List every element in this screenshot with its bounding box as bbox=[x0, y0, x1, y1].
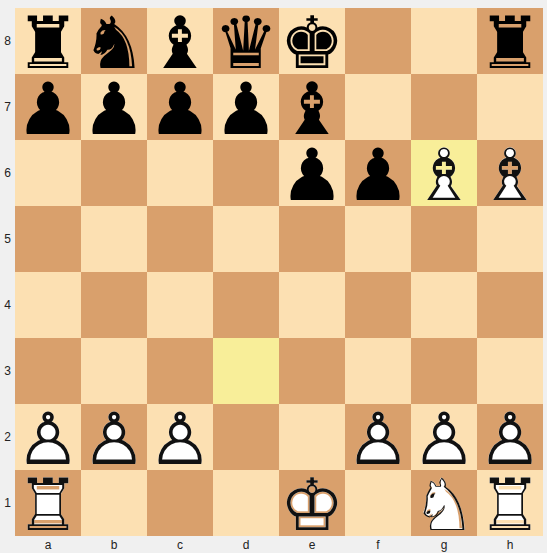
square-f6[interactable]: ♟ bbox=[345, 140, 411, 206]
black-pawn[interactable]: ♟ bbox=[16, 73, 81, 145]
square-e4[interactable] bbox=[279, 272, 345, 338]
square-f4[interactable] bbox=[345, 272, 411, 338]
square-a6[interactable] bbox=[15, 140, 81, 206]
square-d8[interactable]: ♛ bbox=[213, 8, 279, 74]
black-pawn-glyph: ♟ bbox=[82, 73, 147, 145]
square-d1[interactable] bbox=[213, 470, 279, 536]
white-king-outline-glyph: ♔ bbox=[280, 469, 345, 541]
square-h1[interactable]: ♜♖ bbox=[477, 470, 543, 536]
black-pawn[interactable]: ♟ bbox=[346, 139, 411, 211]
white-bishop[interactable]: ♝♗ bbox=[412, 139, 477, 211]
rank-label-6: 6 bbox=[0, 140, 15, 206]
black-rook-glyph: ♜ bbox=[478, 7, 543, 79]
white-pawn[interactable]: ♟♙ bbox=[346, 403, 411, 475]
rank-label-5: 5 bbox=[0, 206, 15, 272]
square-f8[interactable] bbox=[345, 8, 411, 74]
rank-label-7: 7 bbox=[0, 74, 15, 140]
rank-label-4: 4 bbox=[0, 272, 15, 338]
rank-labels: 87654321 bbox=[0, 8, 15, 536]
white-pawn-outline-glyph: ♙ bbox=[148, 403, 213, 475]
square-c1[interactable] bbox=[147, 470, 213, 536]
square-a4[interactable] bbox=[15, 272, 81, 338]
black-pawn-glyph: ♟ bbox=[16, 73, 81, 145]
square-h5[interactable] bbox=[477, 206, 543, 272]
rank-label-1: 1 bbox=[0, 470, 15, 536]
file-label-a: a bbox=[15, 536, 81, 553]
square-a1[interactable]: ♜♖ bbox=[15, 470, 81, 536]
square-b6[interactable] bbox=[81, 140, 147, 206]
square-h8[interactable]: ♜ bbox=[477, 8, 543, 74]
square-d3[interactable] bbox=[213, 338, 279, 404]
square-g8[interactable] bbox=[411, 8, 477, 74]
square-e5[interactable] bbox=[279, 206, 345, 272]
square-c6[interactable] bbox=[147, 140, 213, 206]
square-d5[interactable] bbox=[213, 206, 279, 272]
square-f5[interactable] bbox=[345, 206, 411, 272]
square-a7[interactable]: ♟ bbox=[15, 74, 81, 140]
file-labels: abcdefgh bbox=[15, 536, 543, 553]
square-e7[interactable]: ♝ bbox=[279, 74, 345, 140]
square-c5[interactable] bbox=[147, 206, 213, 272]
rank-label-8: 8 bbox=[0, 8, 15, 74]
square-a3[interactable] bbox=[15, 338, 81, 404]
square-b1[interactable] bbox=[81, 470, 147, 536]
file-label-h: h bbox=[477, 536, 543, 553]
file-label-d: d bbox=[213, 536, 279, 553]
white-rook[interactable]: ♜♖ bbox=[16, 469, 81, 541]
white-rook-outline-glyph: ♖ bbox=[16, 469, 81, 541]
square-a8[interactable]: ♜ bbox=[15, 8, 81, 74]
square-g4[interactable] bbox=[411, 272, 477, 338]
square-b2[interactable]: ♟♙ bbox=[81, 404, 147, 470]
black-pawn[interactable]: ♟ bbox=[214, 73, 279, 145]
white-bishop-outline-glyph: ♗ bbox=[478, 139, 543, 211]
square-c4[interactable] bbox=[147, 272, 213, 338]
square-d7[interactable]: ♟ bbox=[213, 74, 279, 140]
square-h3[interactable] bbox=[477, 338, 543, 404]
chess-board: ♜♞♝♛♚♜♟♟♟♟♝♟♟♝♗♝♗♟♙♟♙♟♙♟♙♟♙♟♙♜♖♚♔♞♘♜♖ bbox=[15, 8, 543, 536]
rank-label-3: 3 bbox=[0, 338, 15, 404]
white-pawn[interactable]: ♟♙ bbox=[148, 403, 213, 475]
square-f3[interactable] bbox=[345, 338, 411, 404]
square-g2[interactable]: ♟♙ bbox=[411, 404, 477, 470]
square-a5[interactable] bbox=[15, 206, 81, 272]
square-b7[interactable]: ♟ bbox=[81, 74, 147, 140]
square-d4[interactable] bbox=[213, 272, 279, 338]
square-e1[interactable]: ♚♔ bbox=[279, 470, 345, 536]
square-c7[interactable]: ♟ bbox=[147, 74, 213, 140]
white-pawn[interactable]: ♟♙ bbox=[82, 403, 147, 475]
black-pawn[interactable]: ♟ bbox=[82, 73, 147, 145]
white-pawn-outline-glyph: ♙ bbox=[82, 403, 147, 475]
square-c2[interactable]: ♟♙ bbox=[147, 404, 213, 470]
white-knight[interactable]: ♞♘ bbox=[412, 469, 477, 541]
white-pawn-outline-glyph: ♙ bbox=[346, 403, 411, 475]
white-bishop-outline-glyph: ♗ bbox=[412, 139, 477, 211]
square-d2[interactable] bbox=[213, 404, 279, 470]
black-rook[interactable]: ♜ bbox=[478, 7, 543, 79]
white-bishop[interactable]: ♝♗ bbox=[478, 139, 543, 211]
file-label-e: e bbox=[279, 536, 345, 553]
file-label-b: b bbox=[81, 536, 147, 553]
square-e3[interactable] bbox=[279, 338, 345, 404]
square-f1[interactable] bbox=[345, 470, 411, 536]
square-e6[interactable]: ♟ bbox=[279, 140, 345, 206]
square-g6[interactable]: ♝♗ bbox=[411, 140, 477, 206]
black-pawn[interactable]: ♟ bbox=[148, 73, 213, 145]
chess-app-page: { "game": "chess", "position": { "fen": … bbox=[0, 0, 547, 553]
square-f7[interactable] bbox=[345, 74, 411, 140]
file-label-c: c bbox=[147, 536, 213, 553]
square-g1[interactable]: ♞♘ bbox=[411, 470, 477, 536]
square-a2[interactable]: ♟♙ bbox=[15, 404, 81, 470]
black-pawn-glyph: ♟ bbox=[280, 139, 345, 211]
square-h7[interactable] bbox=[477, 74, 543, 140]
rank-label-2: 2 bbox=[0, 404, 15, 470]
square-d6[interactable] bbox=[213, 140, 279, 206]
square-c3[interactable] bbox=[147, 338, 213, 404]
square-g7[interactable] bbox=[411, 74, 477, 140]
white-rook-outline-glyph: ♖ bbox=[478, 469, 543, 541]
square-c8[interactable]: ♝ bbox=[147, 8, 213, 74]
black-pawn-glyph: ♟ bbox=[148, 73, 213, 145]
square-g3[interactable] bbox=[411, 338, 477, 404]
white-king[interactable]: ♚♔ bbox=[280, 469, 345, 541]
file-label-f: f bbox=[345, 536, 411, 553]
square-f2[interactable]: ♟♙ bbox=[345, 404, 411, 470]
square-h6[interactable]: ♝♗ bbox=[477, 140, 543, 206]
square-h4[interactable] bbox=[477, 272, 543, 338]
square-h2[interactable]: ♟♙ bbox=[477, 404, 543, 470]
square-b4[interactable] bbox=[81, 272, 147, 338]
black-pawn-glyph: ♟ bbox=[346, 139, 411, 211]
white-rook[interactable]: ♜♖ bbox=[478, 469, 543, 541]
square-g5[interactable] bbox=[411, 206, 477, 272]
black-pawn-glyph: ♟ bbox=[214, 73, 279, 145]
square-b3[interactable] bbox=[81, 338, 147, 404]
file-label-g: g bbox=[411, 536, 477, 553]
square-b5[interactable] bbox=[81, 206, 147, 272]
white-knight-outline-glyph: ♘ bbox=[412, 469, 477, 541]
square-e8[interactable]: ♚ bbox=[279, 8, 345, 74]
black-pawn[interactable]: ♟ bbox=[280, 139, 345, 211]
square-e2[interactable] bbox=[279, 404, 345, 470]
square-b8[interactable]: ♞ bbox=[81, 8, 147, 74]
